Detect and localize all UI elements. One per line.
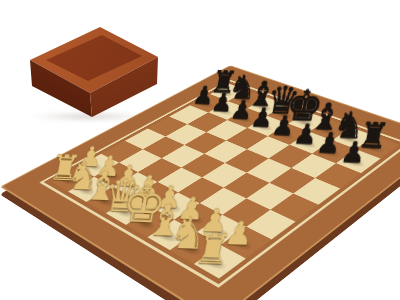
square-h7: ♟ xyxy=(336,149,381,173)
storage-box xyxy=(28,24,162,120)
chess-set-photo: ♜♞♝♛♚♝♞♜♟♟♟♟♟♟♟♟♟♟♟♟♟♟♟♟♜♞♝♛♚♝♞♜ xyxy=(0,0,400,300)
black-pawn: ♟ xyxy=(291,121,319,148)
black-pawn: ♟ xyxy=(314,130,343,157)
black-pawn: ♟ xyxy=(269,113,297,139)
black-pawn: ♟ xyxy=(338,138,368,166)
white-rook: ♜ xyxy=(191,228,234,269)
